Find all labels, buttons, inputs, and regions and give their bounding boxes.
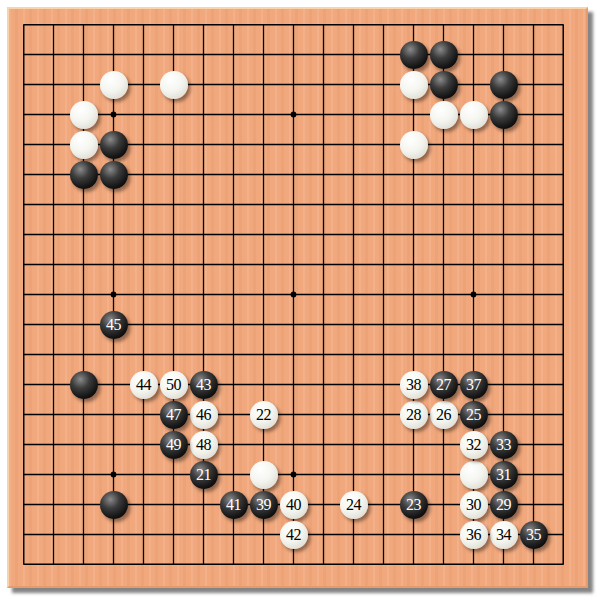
stone-black: [70, 371, 98, 399]
stone-white-move-44: 44: [130, 371, 158, 399]
stone-number: 46: [196, 407, 211, 423]
stone-white-move-22: 22: [250, 401, 278, 429]
stone-number: 48: [196, 437, 211, 453]
stone-white: [70, 101, 98, 129]
stone-white: [250, 461, 278, 489]
stone-white: [430, 101, 458, 129]
stone-number: 40: [286, 497, 301, 513]
stone-white-move-48: 48: [190, 431, 218, 459]
stone-black-move-49: 49: [160, 431, 188, 459]
stone-number: 24: [346, 497, 361, 513]
stone-number: 50: [166, 377, 181, 393]
stone-black: [490, 101, 518, 129]
star-point: [111, 112, 117, 118]
stone-number: 36: [466, 527, 481, 543]
stone-number: 31: [496, 467, 511, 483]
stone-black-move-29: 29: [490, 491, 518, 519]
stone-number: 29: [496, 497, 511, 513]
stone-number: 34: [496, 527, 511, 543]
stone-number: 43: [196, 377, 211, 393]
stone-white: [100, 71, 128, 99]
stone-number: 27: [436, 377, 451, 393]
stone-white-move-36: 36: [460, 521, 488, 549]
stone-white-move-24: 24: [340, 491, 368, 519]
stone-black-move-47: 47: [160, 401, 188, 429]
stone-white: [400, 71, 428, 99]
stone-white-move-28: 28: [400, 401, 428, 429]
stone-white-move-50: 50: [160, 371, 188, 399]
stone-white-move-40: 40: [280, 491, 308, 519]
stone-number: 49: [166, 437, 181, 453]
stone-number: 47: [166, 407, 181, 423]
star-point: [111, 292, 117, 298]
stone-white: [460, 101, 488, 129]
stone-black: [430, 41, 458, 69]
stone-white: [160, 71, 188, 99]
stone-number: 42: [286, 527, 301, 543]
stone-number: 38: [406, 377, 421, 393]
stone-white-move-42: 42: [280, 521, 308, 549]
stone-black: [400, 41, 428, 69]
stone-black-move-41: 41: [220, 491, 248, 519]
stone-black-move-33: 33: [490, 431, 518, 459]
go-board[interactable]: 2122232425262728293031323334353637383940…: [7, 7, 588, 588]
page: 2122232425262728293031323334353637383940…: [0, 0, 600, 600]
star-point: [291, 112, 297, 118]
stone-number: 44: [136, 377, 151, 393]
stone-white-move-38: 38: [400, 371, 428, 399]
stone-black-move-35: 35: [520, 521, 548, 549]
stone-white-move-26: 26: [430, 401, 458, 429]
stone-black: [100, 161, 128, 189]
stone-number: 33: [496, 437, 511, 453]
stone-white: [400, 131, 428, 159]
stone-white-move-34: 34: [490, 521, 518, 549]
stone-black-move-21: 21: [190, 461, 218, 489]
star-point: [291, 292, 297, 298]
stone-number: 25: [466, 407, 481, 423]
stone-black-move-37: 37: [460, 371, 488, 399]
stone-white-move-32: 32: [460, 431, 488, 459]
stone-black-move-27: 27: [430, 371, 458, 399]
stone-black: [70, 161, 98, 189]
stone-white: [460, 461, 488, 489]
stone-number: 45: [106, 317, 121, 333]
stone-number: 30: [466, 497, 481, 513]
stone-number: 23: [406, 497, 421, 513]
stone-black-move-23: 23: [400, 491, 428, 519]
stone-black-move-43: 43: [190, 371, 218, 399]
stone-black-move-31: 31: [490, 461, 518, 489]
stone-black: [100, 491, 128, 519]
stone-number: 22: [256, 407, 271, 423]
stone-white-move-46: 46: [190, 401, 218, 429]
stone-number: 26: [436, 407, 451, 423]
board-grid[interactable]: 2122232425262728293031323334353637383940…: [23, 24, 564, 565]
stone-number: 32: [466, 437, 481, 453]
stone-number: 35: [526, 527, 541, 543]
stone-black-move-39: 39: [250, 491, 278, 519]
stone-number: 28: [406, 407, 421, 423]
stone-white: [70, 131, 98, 159]
stone-black: [100, 131, 128, 159]
stone-white-move-30: 30: [460, 491, 488, 519]
stone-number: 41: [226, 497, 241, 513]
stone-number: 37: [466, 377, 481, 393]
star-point: [471, 292, 477, 298]
stone-black: [430, 71, 458, 99]
stone-number: 21: [196, 467, 211, 483]
star-point: [291, 472, 297, 478]
stone-black: [490, 71, 518, 99]
star-point: [111, 472, 117, 478]
stone-number: 39: [256, 497, 271, 513]
stone-black-move-45: 45: [100, 311, 128, 339]
stone-black-move-25: 25: [460, 401, 488, 429]
